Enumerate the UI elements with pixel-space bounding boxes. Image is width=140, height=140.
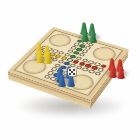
die[interactable] [68, 68, 76, 76]
die-pip [73, 69, 75, 71]
die-pip [69, 73, 71, 75]
pieces-layer [0, 0, 140, 140]
die-pip [73, 73, 75, 75]
ludo-product-photo [0, 0, 140, 140]
